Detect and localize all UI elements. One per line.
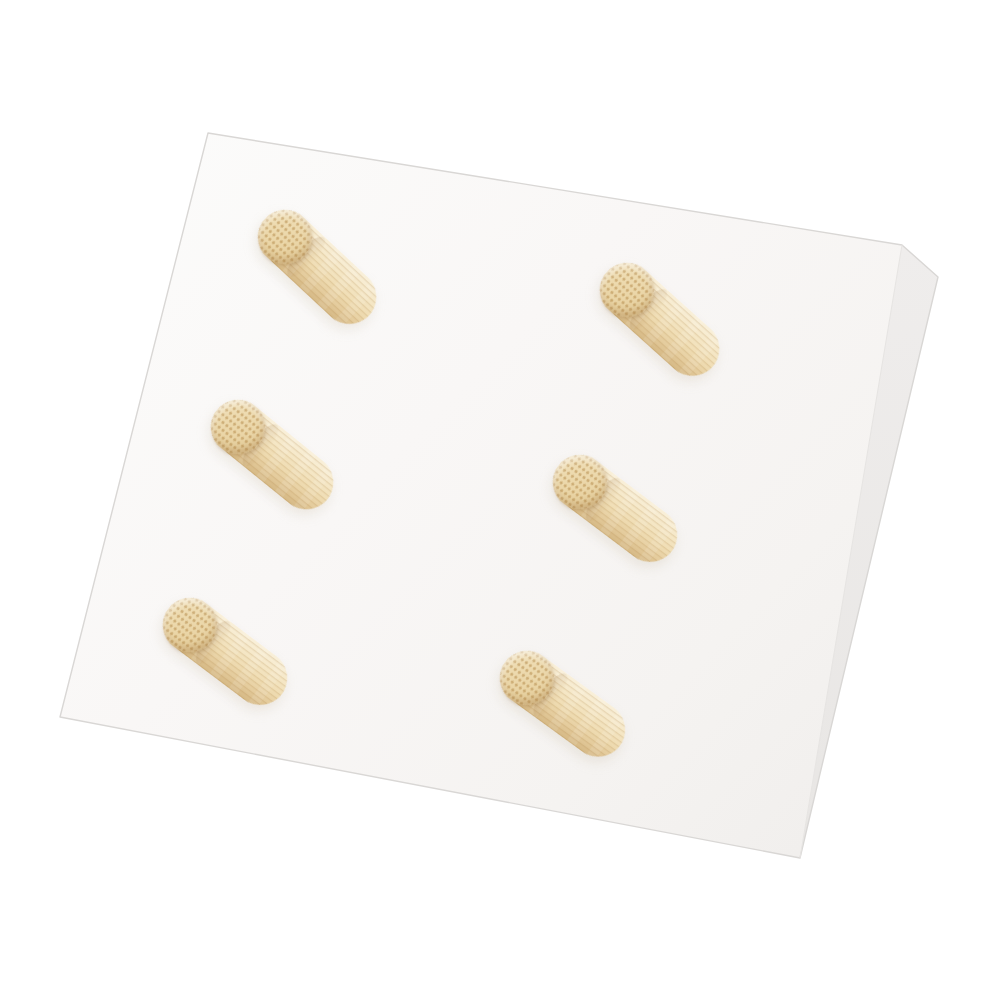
board-front-face <box>60 133 902 858</box>
board-svg <box>0 0 1000 1000</box>
product-photo <box>0 0 1000 1000</box>
